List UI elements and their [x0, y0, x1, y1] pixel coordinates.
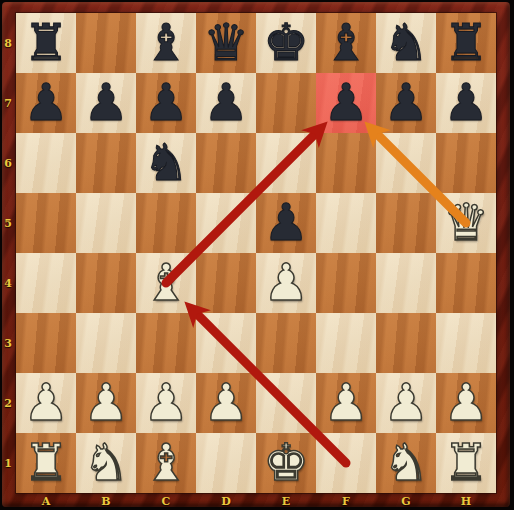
square-a4[interactable] [16, 253, 76, 313]
square-c3[interactable] [136, 313, 196, 373]
square-h6[interactable] [436, 133, 496, 193]
rank-label-4: 4 [0, 253, 16, 313]
square-d1[interactable] [196, 433, 256, 493]
square-a8[interactable]: ♜ [16, 13, 76, 73]
square-f8[interactable]: ♝ [316, 13, 376, 73]
file-label-F: F [316, 493, 376, 510]
piece-black-knight[interactable]: ♞ [383, 13, 429, 73]
piece-black-pawn[interactable]: ♟ [263, 193, 309, 253]
piece-black-bishop[interactable]: ♝ [143, 13, 189, 73]
square-d5[interactable] [196, 193, 256, 253]
square-e3[interactable] [256, 313, 316, 373]
rank-label-3: 3 [0, 313, 16, 373]
file-label-A: A [16, 493, 76, 510]
piece-white-pawn[interactable]: ♟ [443, 373, 489, 433]
square-h3[interactable] [436, 313, 496, 373]
square-b4[interactable] [76, 253, 136, 313]
chess-board: ♜♝♛♚♝♞♜♟♟♟♟♟♟♟♞♟♛♝♟♟♟♟♟♟♟♟♜♞♝♚♞♜ [16, 13, 496, 493]
piece-white-pawn[interactable]: ♟ [383, 373, 429, 433]
piece-white-king[interactable]: ♚ [263, 433, 309, 493]
square-b1[interactable]: ♞ [76, 433, 136, 493]
square-c6[interactable]: ♞ [136, 133, 196, 193]
square-f4[interactable] [316, 253, 376, 313]
piece-black-pawn[interactable]: ♟ [443, 73, 489, 133]
square-f1[interactable] [316, 433, 376, 493]
square-b5[interactable] [76, 193, 136, 253]
piece-black-queen[interactable]: ♛ [203, 13, 249, 73]
rank-label-7: 7 [0, 73, 16, 133]
piece-black-king[interactable]: ♚ [263, 13, 309, 73]
square-f2[interactable]: ♟ [316, 373, 376, 433]
square-h1[interactable]: ♜ [436, 433, 496, 493]
square-f6[interactable] [316, 133, 376, 193]
square-b2[interactable]: ♟ [76, 373, 136, 433]
piece-white-pawn[interactable]: ♟ [203, 373, 249, 433]
square-a7[interactable]: ♟ [16, 73, 76, 133]
square-e4[interactable]: ♟ [256, 253, 316, 313]
piece-white-pawn[interactable]: ♟ [23, 373, 69, 433]
square-b3[interactable] [76, 313, 136, 373]
piece-white-rook[interactable]: ♜ [443, 433, 489, 493]
piece-black-bishop[interactable]: ♝ [323, 13, 369, 73]
square-b7[interactable]: ♟ [76, 73, 136, 133]
rank-label-6: 6 [0, 133, 16, 193]
piece-black-pawn[interactable]: ♟ [383, 73, 429, 133]
file-label-C: C [136, 493, 196, 510]
piece-white-bishop[interactable]: ♝ [143, 253, 189, 313]
square-g3[interactable] [376, 313, 436, 373]
piece-black-rook[interactable]: ♜ [23, 13, 69, 73]
square-a5[interactable] [16, 193, 76, 253]
file-label-E: E [256, 493, 316, 510]
piece-black-pawn[interactable]: ♟ [83, 73, 129, 133]
square-c4[interactable]: ♝ [136, 253, 196, 313]
square-g4[interactable] [376, 253, 436, 313]
square-g1[interactable]: ♞ [376, 433, 436, 493]
piece-black-pawn[interactable]: ♟ [203, 73, 249, 133]
square-d8[interactable]: ♛ [196, 13, 256, 73]
file-label-B: B [76, 493, 136, 510]
piece-white-knight[interactable]: ♞ [383, 433, 429, 493]
square-e8[interactable]: ♚ [256, 13, 316, 73]
square-b6[interactable] [76, 133, 136, 193]
square-e7[interactable] [256, 73, 316, 133]
square-b8[interactable] [76, 13, 136, 73]
square-g5[interactable] [376, 193, 436, 253]
square-c1[interactable]: ♝ [136, 433, 196, 493]
piece-white-knight[interactable]: ♞ [83, 433, 129, 493]
piece-black-rook[interactable]: ♜ [443, 13, 489, 73]
file-label-G: G [376, 493, 436, 510]
rank-label-2: 2 [0, 373, 16, 433]
piece-white-pawn[interactable]: ♟ [83, 373, 129, 433]
piece-black-pawn[interactable]: ♟ [23, 73, 69, 133]
square-f7[interactable]: ♟ [316, 73, 376, 133]
square-h5[interactable]: ♛ [436, 193, 496, 253]
piece-white-rook[interactable]: ♜ [23, 433, 69, 493]
square-h2[interactable]: ♟ [436, 373, 496, 433]
piece-black-pawn[interactable]: ♟ [143, 73, 189, 133]
square-d3[interactable] [196, 313, 256, 373]
file-label-H: H [436, 493, 496, 510]
square-e2[interactable] [256, 373, 316, 433]
square-d7[interactable]: ♟ [196, 73, 256, 133]
square-g8[interactable]: ♞ [376, 13, 436, 73]
piece-white-pawn[interactable]: ♟ [263, 253, 309, 313]
piece-white-bishop[interactable]: ♝ [143, 433, 189, 493]
square-g2[interactable]: ♟ [376, 373, 436, 433]
rank-label-5: 5 [0, 193, 16, 253]
square-a2[interactable]: ♟ [16, 373, 76, 433]
square-c5[interactable] [136, 193, 196, 253]
chess-app: ♜♝♛♚♝♞♜♟♟♟♟♟♟♟♞♟♛♝♟♟♟♟♟♟♟♟♜♞♝♚♞♜ 8765432… [0, 0, 514, 510]
square-e5[interactable]: ♟ [256, 193, 316, 253]
square-h7[interactable]: ♟ [436, 73, 496, 133]
square-c7[interactable]: ♟ [136, 73, 196, 133]
piece-white-pawn[interactable]: ♟ [323, 373, 369, 433]
file-label-D: D [196, 493, 256, 510]
square-a1[interactable]: ♜ [16, 433, 76, 493]
square-g7[interactable]: ♟ [376, 73, 436, 133]
rank-label-8: 8 [0, 13, 16, 73]
piece-white-pawn[interactable]: ♟ [143, 373, 189, 433]
rank-label-1: 1 [0, 433, 16, 493]
square-d6[interactable] [196, 133, 256, 193]
square-d4[interactable] [196, 253, 256, 313]
square-f3[interactable] [316, 313, 376, 373]
square-h8[interactable]: ♜ [436, 13, 496, 73]
piece-black-knight[interactable]: ♞ [143, 133, 189, 193]
piece-white-queen[interactable]: ♛ [443, 193, 489, 253]
square-d2[interactable]: ♟ [196, 373, 256, 433]
square-f5[interactable] [316, 193, 376, 253]
piece-black-pawn[interactable]: ♟ [323, 73, 369, 133]
square-e1[interactable]: ♚ [256, 433, 316, 493]
square-g6[interactable] [376, 133, 436, 193]
square-h4[interactable] [436, 253, 496, 313]
square-c8[interactable]: ♝ [136, 13, 196, 73]
square-a6[interactable] [16, 133, 76, 193]
square-c2[interactable]: ♟ [136, 373, 196, 433]
square-a3[interactable] [16, 313, 76, 373]
square-e6[interactable] [256, 133, 316, 193]
